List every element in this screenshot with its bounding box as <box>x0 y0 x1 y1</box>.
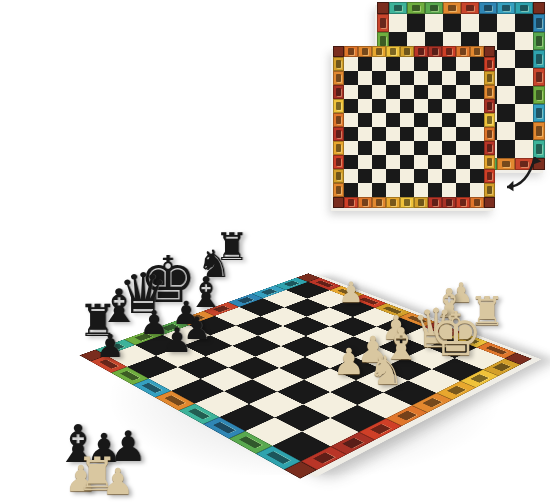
board-square-dark <box>372 155 386 169</box>
border-corner-tile <box>484 46 495 57</box>
board-square-dark <box>414 57 428 71</box>
board-square-dark <box>400 71 414 85</box>
border-tile <box>407 2 425 14</box>
board-square-dark <box>442 141 456 155</box>
black-pawn-piece[interactable]: ♟ <box>96 330 125 362</box>
board-square-light <box>442 71 456 85</box>
board-square-light <box>456 85 470 99</box>
board-square-dark <box>344 127 358 141</box>
border-tile <box>333 141 344 155</box>
border-illustration <box>418 48 424 54</box>
border-illustration <box>370 424 391 434</box>
border-tile <box>484 85 495 99</box>
border-tile <box>533 104 545 122</box>
border-illustration <box>493 363 511 371</box>
border-illustration <box>313 452 335 463</box>
border-tile <box>344 197 358 208</box>
board-square-dark <box>442 85 456 99</box>
board-square-light <box>470 99 484 113</box>
white-pawn-piece[interactable]: ♟ <box>338 279 363 307</box>
board-square-light <box>515 104 533 122</box>
board-square-dark <box>386 141 400 155</box>
board-square-dark <box>497 104 515 122</box>
board-square-dark <box>428 155 442 169</box>
border-tile <box>484 169 495 183</box>
border-tile <box>414 197 428 208</box>
board-square-light <box>428 141 442 155</box>
border-tile <box>461 2 479 14</box>
board-square-light <box>372 169 386 183</box>
white-knight-piece[interactable]: ♞ <box>368 350 404 390</box>
board-square-light <box>456 113 470 127</box>
border-tile <box>372 197 386 208</box>
border-tile <box>484 71 495 85</box>
border-tile <box>484 127 495 141</box>
border-tile <box>333 99 344 113</box>
border-tile <box>389 2 407 14</box>
board-square-dark <box>456 99 470 113</box>
board-square-dark <box>344 71 358 85</box>
board-square-dark <box>358 141 372 155</box>
border-illustration <box>418 199 424 205</box>
board-square-dark <box>344 99 358 113</box>
border-tile <box>333 71 344 85</box>
board-square-light <box>358 155 372 169</box>
border-illustration <box>487 60 492 68</box>
border-tile <box>358 197 372 208</box>
board-square-dark <box>358 57 372 71</box>
border-illustration <box>430 5 438 12</box>
border-tile <box>484 155 495 169</box>
white-pawn-piece[interactable]: ♟ <box>333 344 365 380</box>
border-tile <box>442 46 456 57</box>
board-square-light <box>470 183 484 197</box>
border-illustration <box>487 74 492 82</box>
border-illustration <box>536 36 541 46</box>
board-square-dark <box>479 14 497 32</box>
border-illustration <box>336 74 341 82</box>
board-square-dark <box>443 14 461 32</box>
border-illustration <box>362 199 368 205</box>
border-tile <box>456 197 470 208</box>
border-tile <box>428 197 442 208</box>
border-corner-tile <box>377 2 389 14</box>
board-square-light <box>414 127 428 141</box>
border-tile <box>443 2 461 14</box>
border-illustration <box>336 172 341 180</box>
board-square-dark <box>372 71 386 85</box>
border-corner-tile <box>484 197 495 208</box>
border-tile <box>497 2 515 14</box>
board-square-dark <box>428 127 442 141</box>
board-square-light <box>358 183 372 197</box>
board-square-dark <box>456 155 470 169</box>
border-illustration <box>336 60 341 68</box>
board-square-dark <box>407 14 425 32</box>
white-pawn-piece[interactable]: ♟ <box>102 464 134 500</box>
border-illustration <box>536 18 541 28</box>
border-tile <box>484 99 495 113</box>
board-square-dark <box>442 169 456 183</box>
board-square-dark <box>372 99 386 113</box>
border-illustration <box>412 5 420 12</box>
border-corner-tile <box>533 2 545 14</box>
board-square-light <box>414 71 428 85</box>
border-illustration <box>390 199 396 205</box>
border-tile <box>484 183 495 197</box>
board-square-dark <box>515 86 533 104</box>
board-square-light <box>470 155 484 169</box>
board-square-light <box>414 183 428 197</box>
board-square-light <box>386 183 400 197</box>
board-square-dark <box>400 127 414 141</box>
border-illustration <box>474 48 480 54</box>
board-square-dark <box>400 155 414 169</box>
board-square-light <box>442 155 456 169</box>
board-square-light <box>386 155 400 169</box>
border-illustration <box>336 102 341 110</box>
board-square-dark <box>386 85 400 99</box>
border-illustration <box>502 5 510 12</box>
board-square-dark <box>344 155 358 169</box>
border-illustration <box>487 102 492 110</box>
board-square-light <box>414 99 428 113</box>
board-square-light <box>400 141 414 155</box>
border-tile <box>377 14 389 32</box>
black-pawn-piece[interactable]: ♟ <box>162 323 192 357</box>
border-illustration <box>336 186 341 194</box>
border-illustration <box>474 199 480 205</box>
border-tile <box>533 68 545 86</box>
border-illustration <box>460 48 466 54</box>
border-illustration <box>432 48 438 54</box>
board-square-light <box>470 127 484 141</box>
border-illustration <box>446 199 452 205</box>
border-illustration <box>394 5 402 12</box>
border-illustration <box>336 158 341 166</box>
border-illustration <box>404 48 410 54</box>
board-square-light <box>497 50 515 68</box>
board-square-dark <box>358 169 372 183</box>
board-square-light <box>344 85 358 99</box>
border-illustration <box>336 144 341 152</box>
border-illustration <box>466 5 474 12</box>
border-tile <box>372 46 386 57</box>
board-square-light <box>456 57 470 71</box>
border-illustration <box>397 411 417 421</box>
border-illustration <box>487 144 492 152</box>
border-tile <box>533 14 545 32</box>
board-square-light <box>344 141 358 155</box>
board-square-dark <box>442 113 456 127</box>
board-square-light <box>372 57 386 71</box>
board-square-dark <box>400 99 414 113</box>
board-square-dark <box>386 57 400 71</box>
board-square-dark <box>386 113 400 127</box>
board-square-light <box>515 68 533 86</box>
border-corner-tile <box>333 46 344 57</box>
board-square-light <box>372 141 386 155</box>
board-square-light <box>497 122 515 140</box>
border-illustration <box>487 116 492 124</box>
border-illustration <box>520 5 528 12</box>
border-illustration <box>336 88 341 96</box>
border-tile <box>333 169 344 183</box>
board-square-dark <box>515 50 533 68</box>
border-tile <box>470 46 484 57</box>
board-square-dark <box>470 113 484 127</box>
board-square-dark <box>428 71 442 85</box>
flip-arrow-icon <box>497 141 549 199</box>
border-tile <box>515 2 533 14</box>
board-square-light <box>428 169 442 183</box>
board-square-dark <box>442 57 456 71</box>
board-square-dark <box>470 57 484 71</box>
border-illustration <box>536 90 541 100</box>
border-illustration <box>536 126 541 136</box>
board-square-light <box>456 141 470 155</box>
border-tile <box>333 113 344 127</box>
border-illustration <box>316 281 333 288</box>
border-illustration <box>536 54 541 64</box>
board-square-dark <box>456 71 470 85</box>
upright-board-checkers-side <box>333 46 495 208</box>
board-square-dark <box>470 141 484 155</box>
border-tile <box>533 32 545 50</box>
board-square-dark <box>344 183 358 197</box>
board-square-light <box>497 14 515 32</box>
board-square-light <box>372 85 386 99</box>
border-illustration <box>487 186 492 194</box>
border-illustration <box>536 72 541 82</box>
board-square-light <box>470 71 484 85</box>
board-square-light <box>400 85 414 99</box>
board-square-light <box>400 169 414 183</box>
board-square-light <box>414 155 428 169</box>
border-illustration <box>380 36 385 46</box>
board-square-light <box>358 71 372 85</box>
border-tile <box>400 46 414 57</box>
border-illustration <box>404 199 410 205</box>
board-square-light <box>372 113 386 127</box>
board-square-dark <box>414 85 428 99</box>
border-illustration <box>376 48 382 54</box>
board-square-light <box>515 32 533 50</box>
border-tile <box>479 2 497 14</box>
board-square-light <box>497 86 515 104</box>
board-square-light <box>442 127 456 141</box>
border-tile <box>386 46 400 57</box>
border-tile <box>533 50 545 68</box>
border-tile <box>414 46 428 57</box>
border-tile <box>470 197 484 208</box>
border-tile <box>400 197 414 208</box>
board-square-dark <box>400 183 414 197</box>
border-tile <box>484 141 495 155</box>
border-tile <box>333 183 344 197</box>
board-square-dark <box>515 122 533 140</box>
border-tile <box>344 46 358 57</box>
border-tile <box>333 127 344 141</box>
board-square-dark <box>456 127 470 141</box>
border-tile <box>456 46 470 57</box>
board-square-light <box>358 127 372 141</box>
border-illustration <box>390 48 396 54</box>
board-square-light <box>425 14 443 32</box>
border-tile <box>425 2 443 14</box>
border-illustration <box>348 48 354 54</box>
board-square-dark <box>372 127 386 141</box>
board-square-light <box>344 57 358 71</box>
board-square-dark <box>372 183 386 197</box>
board-square-light <box>389 14 407 32</box>
board-square-light <box>400 57 414 71</box>
border-tile <box>484 57 495 71</box>
border-illustration <box>448 5 456 12</box>
border-illustration <box>447 386 466 395</box>
board-square-light <box>442 183 456 197</box>
border-illustration <box>362 48 368 54</box>
board-square-dark <box>497 32 515 50</box>
border-illustration <box>484 5 492 12</box>
board-square-dark <box>428 183 442 197</box>
border-illustration <box>460 199 466 205</box>
border-illustration <box>470 374 489 383</box>
border-illustration <box>376 199 382 205</box>
board-square-light <box>386 71 400 85</box>
board-square-dark <box>470 169 484 183</box>
white-king-piece[interactable]: ♚ <box>429 304 483 364</box>
border-tile <box>428 46 442 57</box>
board-square-light <box>428 113 442 127</box>
border-corner-tile <box>333 197 344 208</box>
board-square-dark <box>515 14 533 32</box>
board-square-dark <box>414 113 428 127</box>
border-illustration <box>487 130 492 138</box>
border-tile <box>333 85 344 99</box>
border-tile <box>358 46 372 57</box>
board-square-light <box>386 127 400 141</box>
border-illustration <box>342 438 363 449</box>
border-illustration <box>348 199 354 205</box>
board-square-dark <box>386 169 400 183</box>
border-illustration <box>336 130 341 138</box>
board-square-dark <box>358 113 372 127</box>
board-square-light <box>358 99 372 113</box>
border-tile <box>386 197 400 208</box>
board-square-light <box>456 169 470 183</box>
border-tile <box>484 113 495 127</box>
border-illustration <box>446 48 452 54</box>
border-illustration <box>487 172 492 180</box>
board-square-light <box>400 113 414 127</box>
board-square-light <box>428 85 442 99</box>
border-illustration <box>336 116 341 124</box>
border-tile <box>533 86 545 104</box>
board-square-light <box>344 113 358 127</box>
border-illustration <box>487 158 492 166</box>
border-illustration <box>432 199 438 205</box>
border-illustration <box>536 108 541 118</box>
board-square-dark <box>456 183 470 197</box>
board-square-dark <box>414 169 428 183</box>
border-tile <box>533 122 545 140</box>
board-square-dark <box>358 85 372 99</box>
border-tile <box>442 197 456 208</box>
board-square-light <box>428 57 442 71</box>
border-tile <box>333 57 344 71</box>
board-square-dark <box>414 141 428 155</box>
product-photo-stage: ♜♞♟♟♚♝♛♝♝♟♜♟♜♟♟♛♟♟♚♝♟♟♞ ♟♟♝♟♜♟ <box>0 0 550 504</box>
board-square-light <box>386 99 400 113</box>
border-illustration <box>487 88 492 96</box>
border-illustration <box>380 18 385 28</box>
border-illustration <box>422 398 442 407</box>
board-square-dark <box>470 85 484 99</box>
board-square-dark <box>497 68 515 86</box>
board-square-dark <box>428 99 442 113</box>
board-square-light <box>442 99 456 113</box>
border-tile <box>333 155 344 169</box>
board-square-light <box>461 14 479 32</box>
board-square-light <box>344 169 358 183</box>
